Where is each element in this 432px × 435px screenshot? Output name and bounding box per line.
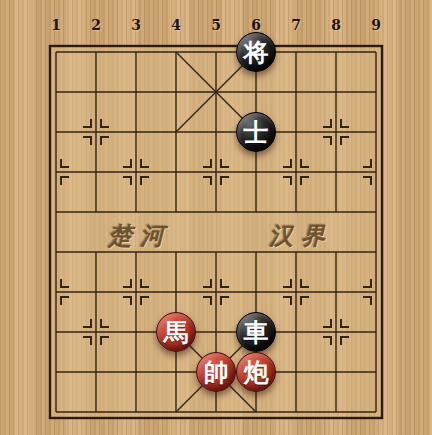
board-point: 炮 (236, 352, 276, 392)
piece-character: 士 (244, 116, 269, 149)
board-point: 将 (236, 32, 276, 72)
red-cannon-piece[interactable]: 炮 (236, 352, 276, 392)
piece-character: 炮 (244, 356, 269, 389)
piece-character: 車 (244, 316, 269, 349)
red-horse-piece[interactable]: 馬 (156, 312, 196, 352)
black-general-piece[interactable]: 将 (236, 32, 276, 72)
xiangqi-app: 123456789 楚河 汉界 将士馬車帥炮 (0, 0, 432, 435)
black-chariot-piece[interactable]: 車 (236, 312, 276, 352)
red-general-piece[interactable]: 帥 (196, 352, 236, 392)
piece-character: 将 (244, 36, 269, 69)
board-point: 士 (236, 112, 276, 152)
board-point: 車 (236, 312, 276, 352)
pieces-grid: 将士馬車帥炮 (36, 32, 396, 432)
piece-character: 馬 (164, 316, 189, 349)
xiangqi-board[interactable]: 楚河 汉界 将士馬車帥炮 (0, 0, 432, 435)
piece-character: 帥 (204, 356, 229, 389)
board-point: 帥 (196, 352, 236, 392)
black-advisor-piece[interactable]: 士 (236, 112, 276, 152)
board-point: 馬 (156, 312, 196, 352)
